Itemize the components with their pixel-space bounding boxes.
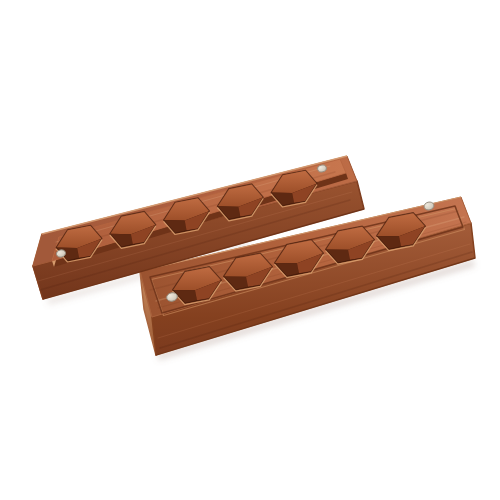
- product-photo: [0, 0, 500, 500]
- dice-vault-image: [0, 0, 500, 500]
